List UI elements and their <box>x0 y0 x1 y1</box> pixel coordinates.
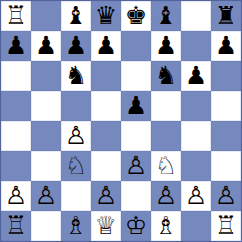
square-a4[interactable] <box>1 121 31 151</box>
square-a8[interactable]: ♖ <box>1 1 31 31</box>
square-d5[interactable] <box>91 91 121 121</box>
piece-black-bishop: ♝ <box>65 3 87 28</box>
square-h5[interactable] <box>211 91 241 121</box>
piece-white-king: ♔ <box>125 213 147 238</box>
square-d7[interactable]: ♟ <box>91 31 121 61</box>
piece-white-pawn: ♙ <box>95 183 117 208</box>
piece-white-rook: ♖ <box>5 3 27 28</box>
piece-black-pawn: ♟ <box>155 33 177 58</box>
square-e2[interactable] <box>121 181 151 211</box>
piece-white-bishop: ♗ <box>65 213 87 238</box>
piece-black-pawn: ♟ <box>35 33 57 58</box>
square-e8[interactable]: ♚ <box>121 1 151 31</box>
square-c1[interactable]: ♗ <box>61 211 91 241</box>
square-c4[interactable]: ♙ <box>61 121 91 151</box>
square-a6[interactable] <box>1 61 31 91</box>
square-g8[interactable] <box>181 1 211 31</box>
square-c5[interactable] <box>61 91 91 121</box>
piece-black-rook: ♜ <box>215 3 237 28</box>
square-g5[interactable] <box>181 91 211 121</box>
piece-white-pawn: ♙ <box>155 183 177 208</box>
square-g1[interactable] <box>181 211 211 241</box>
square-f6[interactable]: ♞ <box>151 61 181 91</box>
square-h1[interactable]: ♖ <box>211 211 241 241</box>
chess-board-grid: ♖♝♛♚♝♜♟♟♟♟♟♟♞♞♟♟♙♘♙♘♙♙♙♙♙♙♖♗♕♔♗♖ <box>1 1 241 241</box>
square-g7[interactable] <box>181 31 211 61</box>
square-h8[interactable]: ♜ <box>211 1 241 31</box>
square-c6[interactable]: ♞ <box>61 61 91 91</box>
piece-black-pawn: ♟ <box>215 33 237 58</box>
square-a2[interactable]: ♙ <box>1 181 31 211</box>
square-h3[interactable] <box>211 151 241 181</box>
chess-board: ♖♝♛♚♝♜♟♟♟♟♟♟♞♞♟♟♙♘♙♘♙♙♙♙♙♙♖♗♕♔♗♖ <box>0 0 242 242</box>
piece-black-pawn: ♟ <box>95 33 117 58</box>
piece-black-queen: ♛ <box>95 3 117 28</box>
square-d6[interactable] <box>91 61 121 91</box>
piece-black-pawn: ♟ <box>125 93 147 118</box>
piece-white-pawn: ♙ <box>65 123 87 148</box>
square-f7[interactable]: ♟ <box>151 31 181 61</box>
square-f3[interactable]: ♘ <box>151 151 181 181</box>
piece-black-knight: ♞ <box>65 63 87 88</box>
piece-black-knight: ♞ <box>155 63 177 88</box>
square-h7[interactable]: ♟ <box>211 31 241 61</box>
square-h6[interactable] <box>211 61 241 91</box>
piece-white-bishop: ♗ <box>155 213 177 238</box>
square-f5[interactable] <box>151 91 181 121</box>
piece-white-rook: ♖ <box>215 213 237 238</box>
square-d3[interactable] <box>91 151 121 181</box>
piece-black-king: ♚ <box>125 3 147 28</box>
piece-white-pawn: ♙ <box>185 183 207 208</box>
square-e4[interactable] <box>121 121 151 151</box>
square-c8[interactable]: ♝ <box>61 1 91 31</box>
piece-white-pawn: ♙ <box>35 183 57 208</box>
square-b2[interactable]: ♙ <box>31 181 61 211</box>
square-a5[interactable] <box>1 91 31 121</box>
square-e6[interactable] <box>121 61 151 91</box>
piece-white-knight: ♘ <box>65 153 87 178</box>
square-f8[interactable]: ♝ <box>151 1 181 31</box>
square-e5[interactable]: ♟ <box>121 91 151 121</box>
square-b7[interactable]: ♟ <box>31 31 61 61</box>
piece-white-pawn: ♙ <box>5 183 27 208</box>
square-b1[interactable] <box>31 211 61 241</box>
square-b5[interactable] <box>31 91 61 121</box>
square-e7[interactable] <box>121 31 151 61</box>
square-d2[interactable]: ♙ <box>91 181 121 211</box>
piece-white-queen: ♕ <box>95 213 117 238</box>
square-f2[interactable]: ♙ <box>151 181 181 211</box>
piece-white-pawn: ♙ <box>215 183 237 208</box>
square-f4[interactable] <box>151 121 181 151</box>
square-h2[interactable]: ♙ <box>211 181 241 211</box>
piece-black-pawn: ♟ <box>65 33 87 58</box>
square-g2[interactable]: ♙ <box>181 181 211 211</box>
piece-white-rook: ♖ <box>5 213 27 238</box>
square-f1[interactable]: ♗ <box>151 211 181 241</box>
square-b8[interactable] <box>31 1 61 31</box>
square-h4[interactable] <box>211 121 241 151</box>
square-g6[interactable]: ♟ <box>181 61 211 91</box>
piece-black-bishop: ♝ <box>155 3 177 28</box>
square-e1[interactable]: ♔ <box>121 211 151 241</box>
square-d4[interactable] <box>91 121 121 151</box>
square-a7[interactable]: ♟ <box>1 31 31 61</box>
square-c7[interactable]: ♟ <box>61 31 91 61</box>
square-d1[interactable]: ♕ <box>91 211 121 241</box>
square-g4[interactable] <box>181 121 211 151</box>
square-a3[interactable] <box>1 151 31 181</box>
square-c3[interactable]: ♘ <box>61 151 91 181</box>
piece-white-pawn: ♙ <box>125 153 147 178</box>
piece-white-knight: ♘ <box>155 153 177 178</box>
square-b4[interactable] <box>31 121 61 151</box>
square-d8[interactable]: ♛ <box>91 1 121 31</box>
square-g3[interactable] <box>181 151 211 181</box>
square-a1[interactable]: ♖ <box>1 211 31 241</box>
piece-black-pawn: ♟ <box>5 33 27 58</box>
square-e3[interactable]: ♙ <box>121 151 151 181</box>
square-b6[interactable] <box>31 61 61 91</box>
square-b3[interactable] <box>31 151 61 181</box>
square-c2[interactable] <box>61 181 91 211</box>
piece-black-pawn: ♟ <box>185 63 207 88</box>
